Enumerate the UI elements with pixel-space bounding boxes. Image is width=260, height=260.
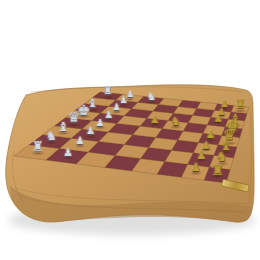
piece-black-brass-pawn-f7: ♟ bbox=[214, 114, 223, 124]
piece-white-silver-pawn-a2: ♟ bbox=[63, 147, 73, 158]
piece-white-silver-bishop-c1: ♝ bbox=[58, 121, 69, 133]
piece-white-silver-pawn-c2: ♟ bbox=[86, 126, 95, 136]
piece-black-brass-pawn-b7: ♟ bbox=[197, 150, 207, 161]
piece-black-brass-rook-a8: ♜ bbox=[211, 162, 224, 176]
pieces-layer: ♜♟♞♟♟♝♜♟♟♚♟♟♛♟♝♞♟♝♚♟♟♛♞♟♟♝♜♟♟♞♟♜ bbox=[0, 0, 260, 260]
piece-white-silver-pawn-e2: ♟ bbox=[105, 110, 113, 119]
piece-white-silver-pawn-g2: ♟ bbox=[120, 96, 128, 105]
piece-black-brass-pawn-e4: ♟ bbox=[150, 115, 159, 125]
chess-set-photo[interactable]: ♜♟♞♟♟♝♜♟♟♚♟♟♛♟♝♞♟♝♚♟♟♛♞♟♟♝♜♟♟♞♟♜ bbox=[0, 0, 260, 260]
piece-white-silver-pawn-b2: ♟ bbox=[75, 136, 84, 146]
piece-white-silver-rook-a1: ♜ bbox=[32, 141, 44, 154]
piece-white-silver-knight-b1: ♞ bbox=[46, 131, 57, 143]
piece-black-brass-pawn-a7: ♟ bbox=[191, 162, 201, 173]
piece-white-silver-queen-d1: ♛ bbox=[68, 111, 80, 125]
piece-white-silver-rook-h1: ♜ bbox=[103, 86, 113, 97]
piece-black-brass-knight-e5: ♞ bbox=[171, 116, 181, 127]
piece-white-silver-pawn-f2: ♟ bbox=[113, 103, 121, 112]
piece-white-silver-knight-h3: ♞ bbox=[147, 91, 156, 101]
piece-black-brass-rook-h8: ♜ bbox=[235, 99, 245, 110]
piece-white-silver-pawn-d2: ♟ bbox=[96, 118, 105, 128]
